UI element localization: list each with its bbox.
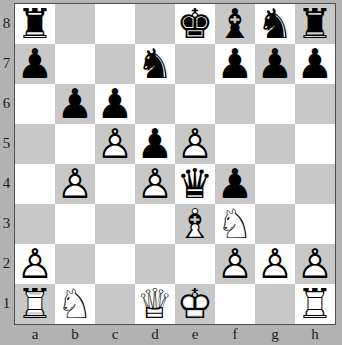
piece-white-pawn[interactable]: ♟♙ (175, 124, 215, 164)
square-g4[interactable] (255, 164, 295, 204)
square-d8[interactable] (135, 4, 175, 44)
square-a5[interactable] (15, 124, 55, 164)
square-c5[interactable]: ♟♙ (95, 124, 135, 164)
square-e1[interactable]: ♚♔ (175, 284, 215, 324)
square-h3[interactable] (295, 204, 335, 244)
square-f6[interactable] (215, 84, 255, 124)
piece-white-king[interactable]: ♚♔ (175, 284, 215, 324)
square-f7[interactable]: ♟ (215, 44, 255, 84)
square-a4[interactable] (15, 164, 55, 204)
piece-black-rook[interactable]: ♜ (295, 4, 335, 44)
piece-outline-glyph: ♙ (95, 124, 135, 164)
file-label-f: f (215, 325, 255, 344)
square-e5[interactable]: ♟♙ (175, 124, 215, 164)
piece-glyph: ♟ (95, 84, 135, 124)
square-d7[interactable]: ♞ (135, 44, 175, 84)
piece-outline-glyph: ♙ (295, 244, 335, 284)
piece-outline-glyph: ♙ (175, 124, 215, 164)
piece-white-pawn[interactable]: ♟♙ (295, 244, 335, 284)
square-b8[interactable] (55, 4, 95, 44)
piece-white-pawn[interactable]: ♟♙ (215, 244, 255, 284)
file-label-b: b (55, 325, 95, 344)
piece-outline-glyph: ♙ (15, 244, 55, 284)
square-c3[interactable] (95, 204, 135, 244)
piece-glyph: ♟ (295, 44, 335, 84)
square-h5[interactable] (295, 124, 335, 164)
square-e2[interactable] (175, 244, 215, 284)
square-c6[interactable]: ♟ (95, 84, 135, 124)
piece-outline-glyph: ♗ (175, 204, 215, 244)
square-h2[interactable]: ♟♙ (295, 244, 335, 284)
piece-black-knight[interactable]: ♞ (135, 44, 175, 84)
piece-outline-glyph: ♙ (55, 164, 95, 204)
square-d4[interactable]: ♟♙ (135, 164, 175, 204)
square-a6[interactable] (15, 84, 55, 124)
square-e6[interactable] (175, 84, 215, 124)
square-f4[interactable]: ♟ (215, 164, 255, 204)
square-g5[interactable] (255, 124, 295, 164)
square-h7[interactable]: ♟ (295, 44, 335, 84)
square-c4[interactable] (95, 164, 135, 204)
piece-glyph: ♟ (215, 164, 255, 204)
piece-glyph: ♞ (135, 44, 175, 84)
piece-outline-glyph: ♙ (215, 244, 255, 284)
piece-white-pawn[interactable]: ♟♙ (55, 164, 95, 204)
piece-glyph: ♟ (135, 124, 175, 164)
square-h4[interactable] (295, 164, 335, 204)
square-c2[interactable] (95, 244, 135, 284)
piece-outline-glyph: ♙ (255, 244, 295, 284)
chess-diagram: ♜♚♝♞♜♟♞♟♟♟♟♟♟♙♟♟♙♟♙♟♙♛♟♝♗♞♘♟♙♟♙♟♙♟♙♜♖♞♘♛… (0, 0, 342, 345)
piece-white-rook[interactable]: ♜♖ (15, 284, 55, 324)
square-b6[interactable]: ♟ (55, 84, 95, 124)
square-h1[interactable]: ♜♖ (295, 284, 335, 324)
piece-white-bishop[interactable]: ♝♗ (175, 204, 215, 244)
piece-glyph: ♜ (15, 4, 55, 44)
piece-glyph: ♟ (215, 44, 255, 84)
piece-glyph: ♟ (55, 84, 95, 124)
square-b2[interactable] (55, 244, 95, 284)
piece-outline-glyph: ♖ (295, 284, 335, 324)
rank-label-4: 4 (0, 163, 13, 203)
piece-black-pawn[interactable]: ♟ (295, 44, 335, 84)
square-b3[interactable] (55, 204, 95, 244)
piece-glyph: ♜ (295, 4, 335, 44)
piece-black-pawn[interactable]: ♟ (95, 84, 135, 124)
square-b4[interactable]: ♟♙ (55, 164, 95, 204)
piece-outline-glyph: ♙ (135, 164, 175, 204)
piece-white-pawn[interactable]: ♟♙ (95, 124, 135, 164)
rank-label-8: 8 (0, 3, 13, 43)
piece-glyph: ♟ (15, 44, 55, 84)
square-f2[interactable]: ♟♙ (215, 244, 255, 284)
square-g7[interactable]: ♟ (255, 44, 295, 84)
piece-outline-glyph: ♘ (215, 204, 255, 244)
rank-label-2: 2 (0, 243, 13, 283)
piece-black-bishop[interactable]: ♝ (215, 4, 255, 44)
square-a1[interactable]: ♜♖ (15, 284, 55, 324)
piece-white-pawn[interactable]: ♟♙ (135, 164, 175, 204)
square-g2[interactable]: ♟♙ (255, 244, 295, 284)
square-a2[interactable]: ♟♙ (15, 244, 55, 284)
square-a3[interactable] (15, 204, 55, 244)
square-b1[interactable]: ♞♘ (55, 284, 95, 324)
square-d5[interactable]: ♟ (135, 124, 175, 164)
square-f3[interactable]: ♞♘ (215, 204, 255, 244)
square-g6[interactable] (255, 84, 295, 124)
square-f5[interactable] (215, 124, 255, 164)
piece-glyph: ♞ (255, 4, 295, 44)
file-label-g: g (255, 325, 295, 344)
rank-label-7: 7 (0, 43, 13, 83)
piece-black-knight[interactable]: ♞ (255, 4, 295, 44)
piece-black-queen[interactable]: ♛ (175, 164, 215, 204)
piece-black-pawn[interactable]: ♟ (255, 44, 295, 84)
piece-black-king[interactable]: ♚ (175, 4, 215, 44)
piece-outline-glyph: ♘ (55, 284, 95, 324)
square-g8[interactable]: ♞ (255, 4, 295, 44)
piece-black-pawn[interactable]: ♟ (215, 44, 255, 84)
piece-black-pawn[interactable]: ♟ (215, 164, 255, 204)
piece-black-rook[interactable]: ♜ (15, 4, 55, 44)
square-e8[interactable]: ♚ (175, 4, 215, 44)
square-e3[interactable]: ♝♗ (175, 204, 215, 244)
square-g3[interactable] (255, 204, 295, 244)
piece-glyph: ♝ (215, 4, 255, 44)
file-label-c: c (95, 325, 135, 344)
piece-white-queen[interactable]: ♛♕ (135, 284, 175, 324)
rank-label-1: 1 (0, 283, 13, 323)
square-b5[interactable] (55, 124, 95, 164)
square-c7[interactable] (95, 44, 135, 84)
square-d1[interactable]: ♛♕ (135, 284, 175, 324)
square-e7[interactable] (175, 44, 215, 84)
square-h6[interactable] (295, 84, 335, 124)
square-f1[interactable] (215, 284, 255, 324)
piece-white-rook[interactable]: ♜♖ (295, 284, 335, 324)
piece-white-knight[interactable]: ♞♘ (215, 204, 255, 244)
square-h8[interactable]: ♜ (295, 4, 335, 44)
file-label-a: a (15, 325, 55, 344)
file-label-h: h (295, 325, 335, 344)
piece-outline-glyph: ♖ (15, 284, 55, 324)
file-label-d: d (135, 325, 175, 344)
piece-white-pawn[interactable]: ♟♙ (255, 244, 295, 284)
rank-label-6: 6 (0, 83, 13, 123)
rank-label-5: 5 (0, 123, 13, 163)
rank-label-3: 3 (0, 203, 13, 243)
square-c1[interactable] (95, 284, 135, 324)
piece-glyph: ♟ (255, 44, 295, 84)
square-d3[interactable] (135, 204, 175, 244)
piece-outline-glyph: ♕ (135, 284, 175, 324)
chess-board: ♜♚♝♞♜♟♞♟♟♟♟♟♟♙♟♟♙♟♙♟♙♛♟♝♗♞♘♟♙♟♙♟♙♟♙♜♖♞♘♛… (14, 3, 336, 325)
piece-outline-glyph: ♔ (175, 284, 215, 324)
piece-black-pawn[interactable]: ♟ (15, 44, 55, 84)
piece-white-knight[interactable]: ♞♘ (55, 284, 95, 324)
square-b7[interactable] (55, 44, 95, 84)
piece-glyph: ♛ (175, 164, 215, 204)
square-d6[interactable] (135, 84, 175, 124)
piece-glyph: ♚ (175, 4, 215, 44)
square-d2[interactable] (135, 244, 175, 284)
square-g1[interactable] (255, 284, 295, 324)
piece-black-pawn[interactable]: ♟ (135, 124, 175, 164)
piece-white-pawn[interactable]: ♟♙ (15, 244, 55, 284)
square-e4[interactable]: ♛ (175, 164, 215, 204)
piece-black-pawn[interactable]: ♟ (55, 84, 95, 124)
square-a7[interactable]: ♟ (15, 44, 55, 84)
square-c8[interactable] (95, 4, 135, 44)
square-f8[interactable]: ♝ (215, 4, 255, 44)
square-a8[interactable]: ♜ (15, 4, 55, 44)
file-label-e: e (175, 325, 215, 344)
